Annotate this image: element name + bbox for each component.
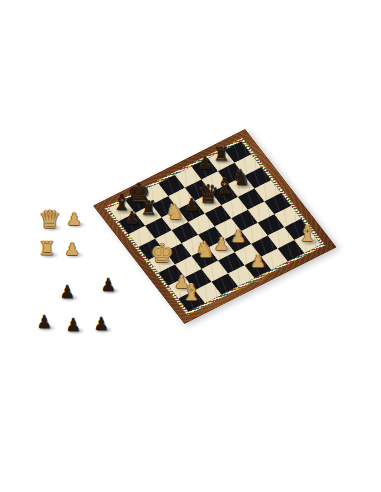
black-pawn-captured-4[interactable]: ♟ [65,317,80,334]
photo-canvas: ♝♚♟♜♟♜♞♟♛♝♞♚♞♟♟♟♝♟♝♛♟♜♟♟♟♟♟♟ [0,0,381,492]
white-pawn-e3[interactable]: ♟ [230,227,245,244]
white-pawn-e1[interactable]: ♟ [250,253,265,270]
white-bishop-h1[interactable]: ♝ [298,224,318,246]
black-pawn-d6[interactable]: ♟ [184,197,199,214]
black-pawn-captured-1[interactable]: ♟ [59,284,74,301]
black-rook-b7[interactable]: ♜ [140,199,157,218]
white-queen-captured-1[interactable]: ♛ [39,207,61,232]
black-queen-e6[interactable]: ♛ [197,182,219,207]
white-bishop-a1[interactable]: ♝ [182,282,202,304]
black-knight-g6[interactable]: ♞ [232,168,251,189]
black-pawn-captured-3[interactable]: ♟ [36,314,51,331]
black-pawn-a7[interactable]: ♟ [124,209,139,226]
white-knight-c6[interactable]: ♞ [166,202,185,223]
black-pawn-captured-5[interactable]: ♟ [93,316,108,333]
black-pawn-captured-2[interactable]: ♟ [100,277,115,294]
white-knight-c3[interactable]: ♞ [195,240,214,261]
white-rook-captured-3[interactable]: ♜ [38,239,55,258]
black-rook-g8[interactable]: ♜ [213,144,230,163]
black-pawn-f8[interactable]: ♟ [197,154,212,171]
white-pawn-d3[interactable]: ♟ [214,236,229,253]
white-pawn-captured-2[interactable]: ♟ [66,211,81,228]
white-king-a4[interactable]: ♚ [150,240,173,266]
white-pawn-captured-4[interactable]: ♟ [64,241,79,258]
